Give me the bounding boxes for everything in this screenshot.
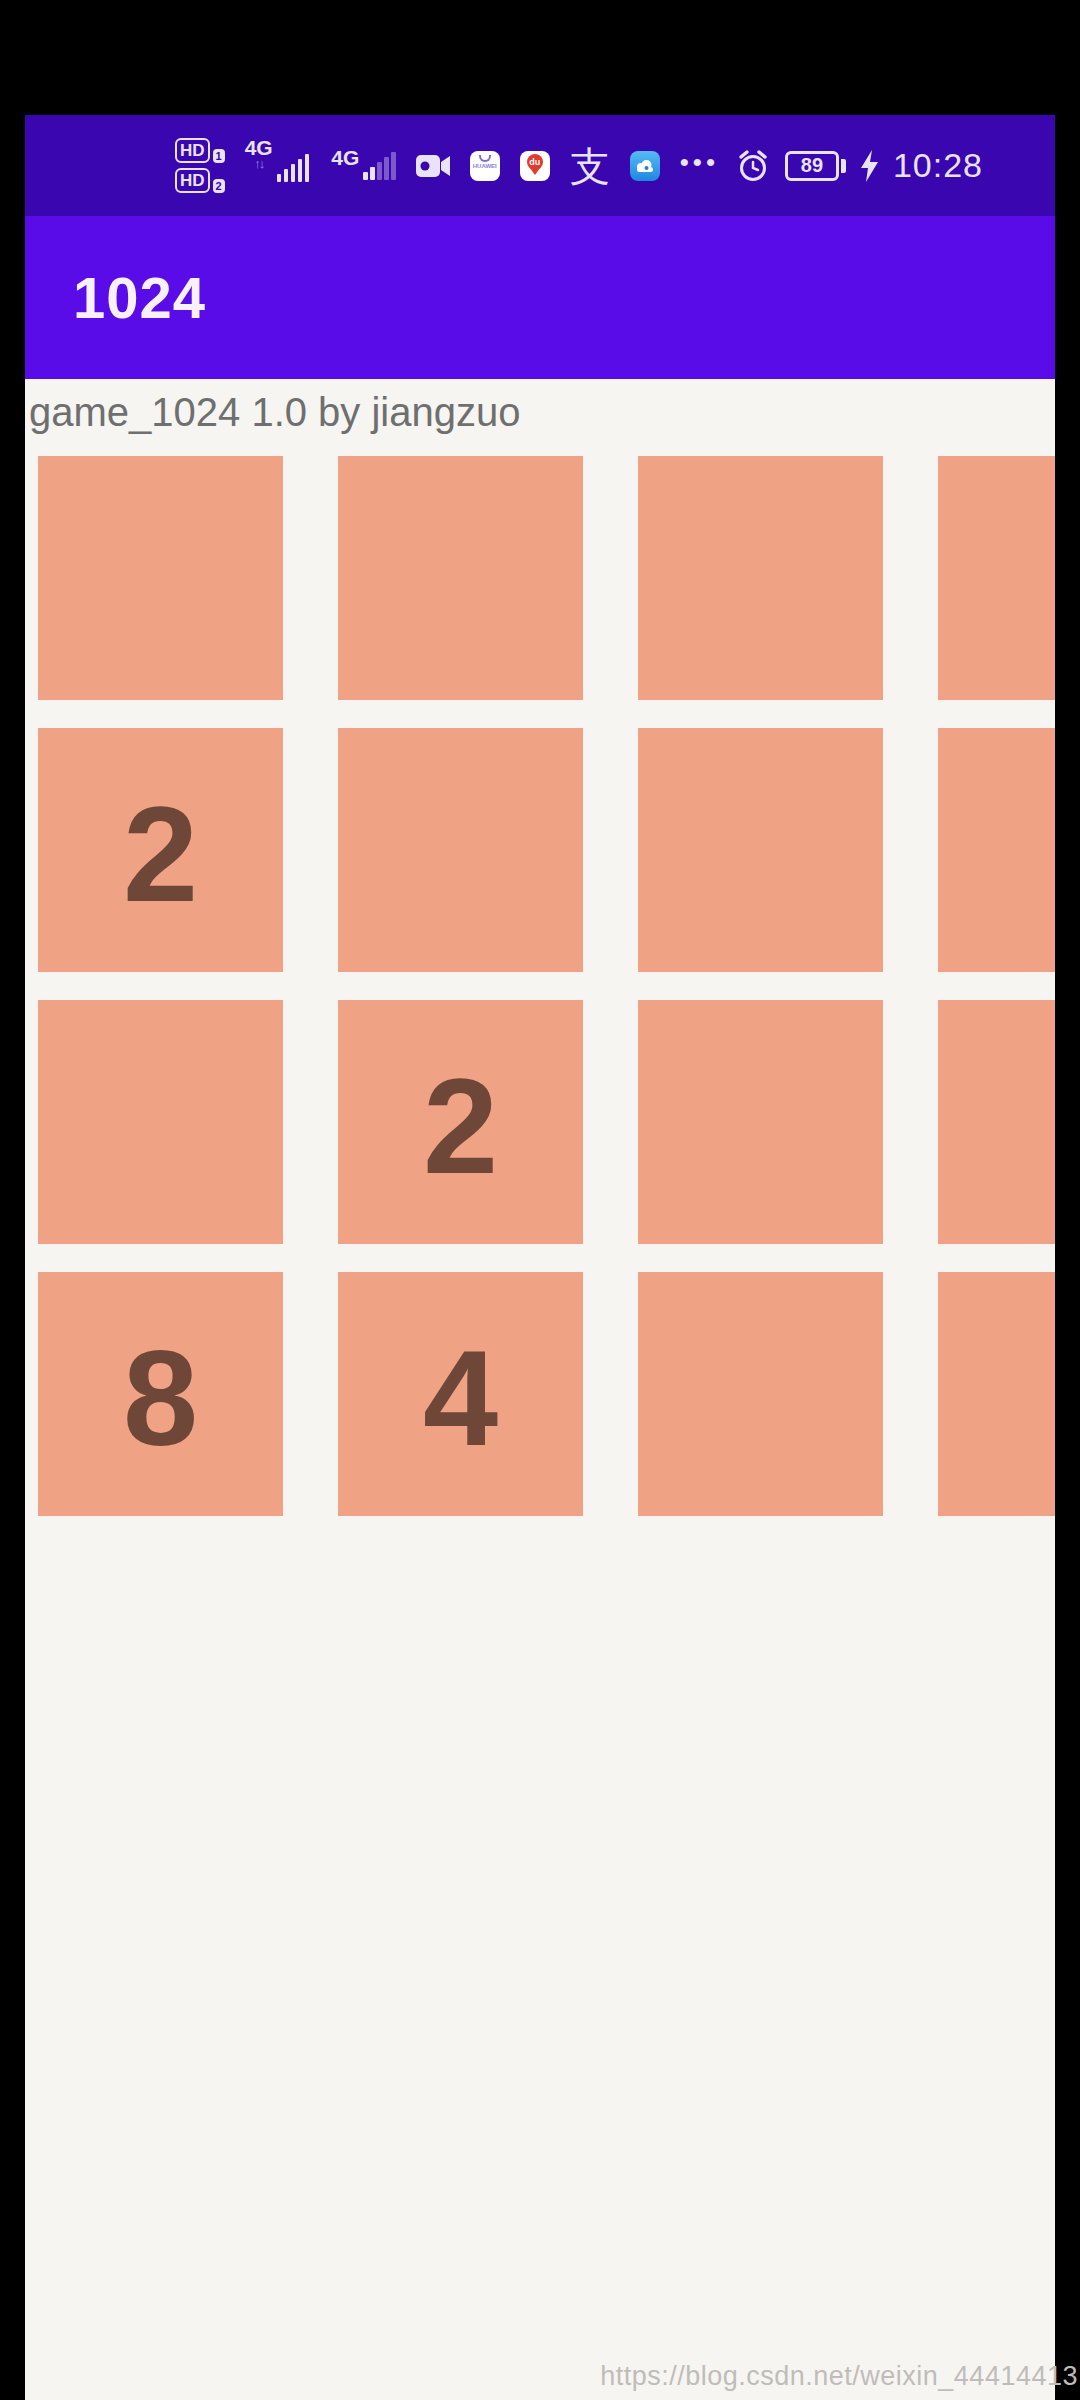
hd2-badge: HD 2 — [175, 168, 225, 193]
game-board[interactable]: 2284 — [38, 456, 1055, 1521]
alarm-clock-icon — [736, 149, 770, 183]
signal-bars-icon — [277, 154, 310, 182]
content: game_1024 1.0 by jiangzuo 2284 — [25, 379, 1055, 2400]
signal-group-sim1: 4G↑↓ — [245, 150, 310, 182]
video-camera-icon — [416, 154, 450, 178]
tile-r4c3[interactable] — [638, 1272, 883, 1516]
status-bar: HD 1 HD 2 4G↑↓4G HUAWEI du — [25, 115, 1055, 216]
signal-bar — [291, 164, 296, 182]
signal-bar — [391, 152, 396, 180]
page-title: 1024 — [73, 264, 206, 331]
tile-r3c3[interactable] — [638, 1000, 883, 1244]
data-activity-arrows-icon: ↑↓ — [254, 158, 263, 170]
signal-bar — [370, 167, 375, 180]
network-type-label: 4G — [245, 138, 273, 158]
charging-bolt-icon — [861, 150, 878, 182]
hd-indicators: HD 1 HD 2 — [175, 138, 225, 193]
signal-bar — [377, 162, 382, 180]
baidu-maps-icon: du — [520, 151, 550, 181]
hd1-badge: HD 1 — [175, 138, 225, 163]
tile-r3c1[interactable] — [38, 1000, 283, 1244]
sim1-label: 1 — [213, 149, 225, 163]
tile-r2c2[interactable] — [338, 728, 583, 972]
tile-r2c1[interactable]: 2 — [38, 728, 283, 972]
hd-icon: HD — [175, 138, 210, 163]
appgallery-text: HUAWEI — [470, 163, 500, 169]
hd-icon: HD — [175, 168, 210, 193]
signal-group-sim2: 4G — [331, 152, 396, 180]
appgallery-handle-icon — [479, 155, 491, 162]
tile-r1c1[interactable] — [38, 456, 283, 700]
signal-bar — [305, 154, 310, 182]
battery-nub-icon — [841, 159, 846, 173]
sim2-label: 2 — [213, 179, 225, 193]
status-bar-left: HD 1 HD 2 4G↑↓4G HUAWEI du — [175, 138, 719, 193]
phone-screen: HD 1 HD 2 4G↑↓4G HUAWEI du — [25, 115, 1055, 2400]
tile-r4c4[interactable] — [938, 1272, 1055, 1516]
battery-indicator: 89 — [785, 151, 846, 181]
more-icon: ••• — [680, 149, 719, 175]
signal-bar — [363, 172, 368, 180]
signal-bar — [284, 169, 289, 182]
tile-r3c2[interactable]: 2 — [338, 1000, 583, 1244]
cloud-icon — [635, 159, 655, 173]
tile-r2c4[interactable] — [938, 728, 1055, 972]
baidu-pin-tail-icon — [530, 168, 540, 180]
signal-bar — [384, 157, 389, 180]
board-grid[interactable]: 2284 — [38, 456, 1055, 1516]
status-bar-right: 89 10:28 — [736, 146, 983, 185]
cloud-album-icon — [630, 151, 660, 181]
tile-r1c2[interactable] — [338, 456, 583, 700]
network-type-label: 4G — [331, 148, 359, 168]
tile-r3c4[interactable] — [938, 1000, 1055, 1244]
app-version-label: game_1024 1.0 by jiangzuo — [25, 385, 1055, 439]
signal-bar — [298, 159, 303, 182]
app-bar: 1024 — [25, 216, 1055, 379]
signal-bar — [277, 174, 282, 182]
tile-r4c1[interactable]: 8 — [38, 1272, 283, 1516]
tile-r4c2[interactable]: 4 — [338, 1272, 583, 1516]
battery-percent: 89 — [785, 151, 839, 181]
signal-bars-icon — [363, 152, 396, 180]
huawei-appgallery-icon: HUAWEI — [470, 151, 500, 181]
clock-time: 10:28 — [893, 146, 983, 185]
tile-r1c3[interactable] — [638, 456, 883, 700]
alipay-icon: 支 — [570, 146, 610, 186]
watermark: https://blog.csdn.net/weixin_44414413 — [600, 2361, 1078, 2392]
tile-r1c4[interactable] — [938, 456, 1055, 700]
network-indicators: 4G↑↓4G — [245, 150, 396, 182]
tile-r2c3[interactable] — [638, 728, 883, 972]
